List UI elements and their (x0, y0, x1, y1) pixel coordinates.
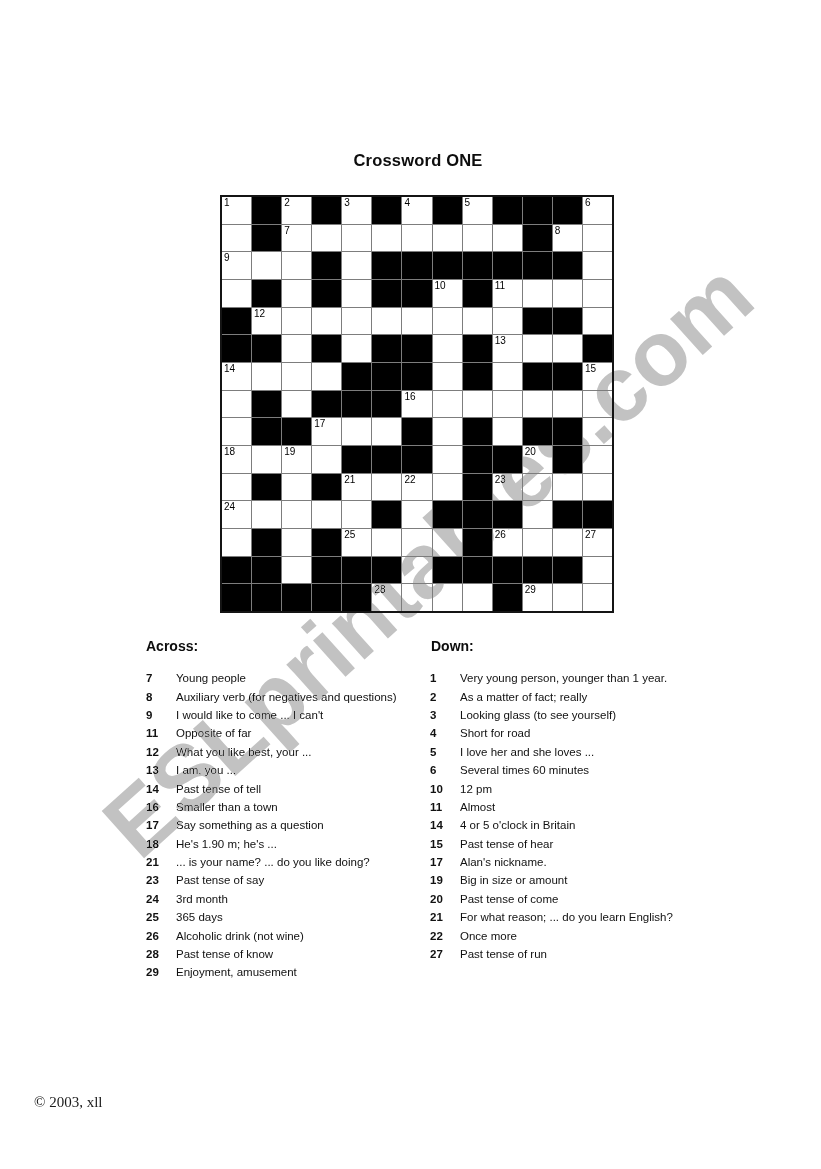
block-cell (312, 280, 341, 307)
clue-text: 365 days (176, 911, 431, 923)
clue-text: He's 1.90 m; he's ... (176, 838, 431, 850)
copyright-notice: © 2003, xll (34, 1094, 102, 1111)
clue-item: 11Almost (430, 798, 720, 816)
letter-cell[interactable]: 13 (493, 335, 522, 362)
letter-cell[interactable] (312, 446, 341, 473)
block-cell (583, 501, 612, 528)
clue-item: 26Alcoholic drink (not wine) (146, 926, 431, 944)
block-cell (523, 197, 552, 224)
clue-number: 3 (430, 709, 460, 721)
clue-item: 4Short for road (430, 724, 720, 742)
block-cell (312, 252, 341, 279)
letter-cell[interactable] (282, 529, 311, 556)
clue-text: Past tense of come (460, 893, 720, 905)
cell-clue-number: 18 (224, 446, 235, 457)
letter-cell[interactable]: 5 (463, 197, 492, 224)
block-cell (252, 391, 281, 418)
clue-item: 1Very young person, younger than 1 year. (430, 669, 720, 687)
block-cell (523, 557, 552, 584)
block-cell (402, 280, 431, 307)
clue-text: Past tense of say (176, 874, 431, 886)
clue-text: 3rd month (176, 893, 431, 905)
block-cell (372, 197, 401, 224)
letter-cell[interactable] (493, 363, 522, 390)
page-title: Crossword ONE (221, 151, 615, 170)
letter-cell[interactable] (342, 335, 371, 362)
block-cell (493, 197, 522, 224)
clue-text: I love her and she loves ... (460, 746, 720, 758)
clue-number: 6 (430, 764, 460, 776)
letter-cell[interactable]: 1 (222, 197, 251, 224)
letter-cell[interactable] (222, 225, 251, 252)
clue-text: Past tense of run (460, 948, 720, 960)
block-cell (252, 225, 281, 252)
letter-cell[interactable]: 2 (282, 197, 311, 224)
block-cell (372, 363, 401, 390)
clue-item: 17Alan's nickname. (430, 853, 720, 871)
clue-text: As a matter of fact; really (460, 691, 720, 703)
block-cell (372, 280, 401, 307)
clue-item: 25365 days (146, 908, 431, 926)
block-cell (523, 308, 552, 335)
letter-cell[interactable] (342, 225, 371, 252)
block-cell (252, 335, 281, 362)
letter-cell[interactable] (282, 363, 311, 390)
clue-number: 11 (430, 801, 460, 813)
letter-cell[interactable] (402, 308, 431, 335)
clue-number: 23 (146, 874, 176, 886)
letter-cell[interactable]: 18 (222, 446, 251, 473)
clue-number: 8 (146, 691, 176, 703)
letter-cell[interactable] (583, 252, 612, 279)
block-cell (222, 335, 251, 362)
block-cell (402, 446, 431, 473)
clue-number: 26 (146, 930, 176, 942)
clue-text: Very young person, younger than 1 year. (460, 672, 720, 684)
clue-item: 22Once more (430, 926, 720, 944)
letter-cell[interactable] (583, 557, 612, 584)
letter-cell[interactable]: 6 (583, 197, 612, 224)
cell-clue-number: 5 (465, 197, 471, 208)
clue-item: 1012 pm (430, 779, 720, 797)
letter-cell[interactable] (553, 280, 582, 307)
worksheet-page: Crossword ONE 12345678910111213141516171… (0, 0, 821, 1169)
letter-cell[interactable] (252, 252, 281, 279)
block-cell (342, 363, 371, 390)
letter-cell[interactable]: 10 (433, 280, 462, 307)
block-cell (312, 335, 341, 362)
block-cell (433, 197, 462, 224)
block-cell (463, 252, 492, 279)
letter-cell[interactable] (583, 584, 612, 611)
letter-cell[interactable] (312, 501, 341, 528)
clue-item: 6Several times 60 minutes (430, 761, 720, 779)
clue-number: 27 (430, 948, 460, 960)
letter-cell[interactable] (342, 252, 371, 279)
cell-clue-number: 21 (344, 474, 355, 485)
clue-text: 4 or 5 o'clock in Britain (460, 819, 720, 831)
letter-cell[interactable]: 19 (282, 446, 311, 473)
clue-item: 15Past tense of hear (430, 835, 720, 853)
cell-clue-number: 25 (344, 529, 355, 540)
letter-cell[interactable] (433, 391, 462, 418)
letter-cell[interactable] (342, 308, 371, 335)
block-cell (222, 584, 251, 611)
clue-number: 4 (430, 727, 460, 739)
cell-clue-number: 16 (404, 391, 415, 402)
block-cell (402, 363, 431, 390)
letter-cell[interactable]: 8 (553, 225, 582, 252)
block-cell (402, 418, 431, 445)
cell-clue-number: 10 (435, 280, 446, 291)
block-cell (252, 584, 281, 611)
block-cell (553, 197, 582, 224)
block-cell (553, 252, 582, 279)
letter-cell[interactable] (433, 418, 462, 445)
clue-number: 25 (146, 911, 176, 923)
letter-cell[interactable] (433, 363, 462, 390)
cell-clue-number: 29 (525, 584, 536, 595)
letter-cell[interactable] (372, 418, 401, 445)
cell-clue-number: 22 (404, 474, 415, 485)
letter-cell[interactable] (222, 280, 251, 307)
block-cell (372, 446, 401, 473)
letter-cell[interactable] (583, 225, 612, 252)
clue-number: 24 (146, 893, 176, 905)
cell-clue-number: 13 (495, 335, 506, 346)
letter-cell[interactable]: 4 (402, 197, 431, 224)
letter-cell[interactable]: 17 (312, 418, 341, 445)
clue-item: 2As a matter of fact; really (430, 687, 720, 705)
clue-number: 7 (146, 672, 176, 684)
letter-cell[interactable]: 24 (222, 501, 251, 528)
clue-number: 14 (430, 819, 460, 831)
clue-text: Several times 60 minutes (460, 764, 720, 776)
block-cell (553, 308, 582, 335)
letter-cell[interactable] (433, 335, 462, 362)
letter-cell[interactable] (342, 280, 371, 307)
letter-cell[interactable] (402, 225, 431, 252)
letter-cell[interactable] (282, 335, 311, 362)
block-cell (252, 197, 281, 224)
clue-text: Looking glass (to see yourself) (460, 709, 720, 721)
block-cell (312, 474, 341, 501)
letter-cell[interactable] (342, 418, 371, 445)
letter-cell[interactable] (523, 280, 552, 307)
clue-number: 20 (430, 893, 460, 905)
clue-text: Past tense of hear (460, 838, 720, 850)
clue-number: 21 (430, 911, 460, 923)
block-cell (312, 197, 341, 224)
clue-text: Enjoyment, amusement (176, 966, 431, 978)
letter-cell[interactable]: 21 (342, 474, 371, 501)
block-cell (222, 557, 251, 584)
block-cell (523, 252, 552, 279)
clue-text: 12 pm (460, 783, 720, 795)
letter-cell[interactable] (342, 501, 371, 528)
letter-cell[interactable] (433, 308, 462, 335)
clue-item: 21For what reason; ... do you learn Engl… (430, 908, 720, 926)
clue-item: 29Enjoyment, amusement (146, 963, 431, 981)
letter-cell[interactable] (493, 225, 522, 252)
clue-text: Almost (460, 801, 720, 813)
letter-cell[interactable] (282, 280, 311, 307)
block-cell (252, 557, 281, 584)
clue-number: 28 (146, 948, 176, 960)
clue-number: 22 (430, 930, 460, 942)
block-cell (282, 418, 311, 445)
letter-cell[interactable] (252, 363, 281, 390)
letter-cell[interactable] (523, 335, 552, 362)
letter-cell[interactable] (222, 391, 251, 418)
cell-clue-number: 8 (555, 225, 561, 236)
block-cell (523, 225, 552, 252)
letter-cell[interactable]: 3 (342, 197, 371, 224)
cell-clue-number: 1 (224, 197, 230, 208)
letter-cell[interactable] (282, 557, 311, 584)
letter-cell[interactable] (372, 474, 401, 501)
letter-cell[interactable] (463, 225, 492, 252)
clue-item: 23Past tense of say (146, 871, 431, 889)
letter-cell[interactable] (553, 529, 582, 556)
letter-cell[interactable] (312, 225, 341, 252)
letter-cell[interactable] (433, 225, 462, 252)
letter-cell[interactable] (583, 280, 612, 307)
letter-cell[interactable] (222, 529, 251, 556)
clue-item: 5I love her and she loves ... (430, 743, 720, 761)
cell-clue-number: 17 (314, 418, 325, 429)
letter-cell[interactable] (312, 363, 341, 390)
letter-cell[interactable] (372, 225, 401, 252)
block-cell (372, 391, 401, 418)
block-cell (493, 252, 522, 279)
clue-text: For what reason; ... do you learn Englis… (460, 911, 720, 923)
block-cell (252, 529, 281, 556)
block-cell (252, 280, 281, 307)
cell-clue-number: 2 (284, 197, 290, 208)
clue-text: Past tense of know (176, 948, 431, 960)
block-cell (493, 584, 522, 611)
block-cell (463, 363, 492, 390)
clue-number: 29 (146, 966, 176, 978)
clue-item: 19Big in size or amount (430, 871, 720, 889)
block-cell (372, 252, 401, 279)
block-cell (553, 557, 582, 584)
cell-clue-number: 24 (224, 501, 235, 512)
clue-number: 10 (430, 783, 460, 795)
letter-cell[interactable]: 14 (222, 363, 251, 390)
cell-clue-number: 11 (495, 280, 505, 291)
cell-clue-number: 3 (344, 197, 350, 208)
letter-cell[interactable]: 9 (222, 252, 251, 279)
clue-text: ... is your name? ... do you like doing? (176, 856, 431, 868)
letter-cell[interactable] (222, 418, 251, 445)
clue-number: 17 (430, 856, 460, 868)
letter-cell[interactable]: 16 (402, 391, 431, 418)
clue-item: 243rd month (146, 890, 431, 908)
clue-text: Once more (460, 930, 720, 942)
down-clue-list: 1Very young person, younger than 1 year.… (430, 669, 720, 963)
down-header: Down: (431, 638, 474, 654)
block-cell (342, 446, 371, 473)
clue-item: 27Past tense of run (430, 945, 720, 963)
letter-cell[interactable] (312, 308, 341, 335)
block-cell (342, 391, 371, 418)
cell-clue-number: 27 (585, 529, 596, 540)
letter-cell[interactable] (493, 308, 522, 335)
clue-item: 3Looking glass (to see yourself) (430, 706, 720, 724)
cell-clue-number: 19 (284, 446, 295, 457)
clue-text: Alan's nickname. (460, 856, 720, 868)
clue-text: Big in size or amount (460, 874, 720, 886)
across-header: Across: (146, 638, 198, 654)
block-cell (402, 335, 431, 362)
clue-number: 15 (430, 838, 460, 850)
letter-cell[interactable] (282, 474, 311, 501)
block-cell (252, 418, 281, 445)
block-cell (312, 529, 341, 556)
block-cell (463, 280, 492, 307)
block-cell (463, 335, 492, 362)
letter-cell[interactable] (463, 308, 492, 335)
cell-clue-number: 14 (224, 363, 235, 374)
letter-cell[interactable] (282, 501, 311, 528)
clue-item: 144 or 5 o'clock in Britain (430, 816, 720, 834)
clue-item: 28Past tense of know (146, 945, 431, 963)
clue-text: Alcoholic drink (not wine) (176, 930, 431, 942)
cell-clue-number: 7 (284, 225, 290, 236)
letter-cell[interactable]: 12 (252, 308, 281, 335)
letter-cell[interactable] (222, 474, 251, 501)
cell-clue-number: 9 (224, 252, 230, 263)
cell-clue-number: 12 (254, 308, 265, 319)
clue-number: 19 (430, 874, 460, 886)
letter-cell[interactable]: 7 (282, 225, 311, 252)
block-cell (433, 252, 462, 279)
clue-number: 1 (430, 672, 460, 684)
letter-cell[interactable] (372, 308, 401, 335)
block-cell (252, 474, 281, 501)
letter-cell[interactable]: 27 (583, 529, 612, 556)
clue-number: 5 (430, 746, 460, 758)
letter-cell[interactable] (553, 584, 582, 611)
clue-text: Short for road (460, 727, 720, 739)
block-cell (312, 391, 341, 418)
cell-clue-number: 4 (404, 197, 410, 208)
letter-cell[interactable]: 11 (493, 280, 522, 307)
block-cell (222, 308, 251, 335)
letter-cell[interactable]: 29 (523, 584, 552, 611)
letter-cell[interactable] (282, 308, 311, 335)
letter-cell[interactable] (252, 446, 281, 473)
cell-clue-number: 6 (585, 197, 591, 208)
letter-cell[interactable] (252, 501, 281, 528)
clue-number: 2 (430, 691, 460, 703)
block-cell (402, 252, 431, 279)
clue-item: 21... is your name? ... do you like doin… (146, 853, 431, 871)
clue-item: 20Past tense of come (430, 890, 720, 908)
letter-cell[interactable] (463, 391, 492, 418)
letter-cell[interactable] (282, 252, 311, 279)
letter-cell[interactable] (282, 391, 311, 418)
block-cell (372, 335, 401, 362)
